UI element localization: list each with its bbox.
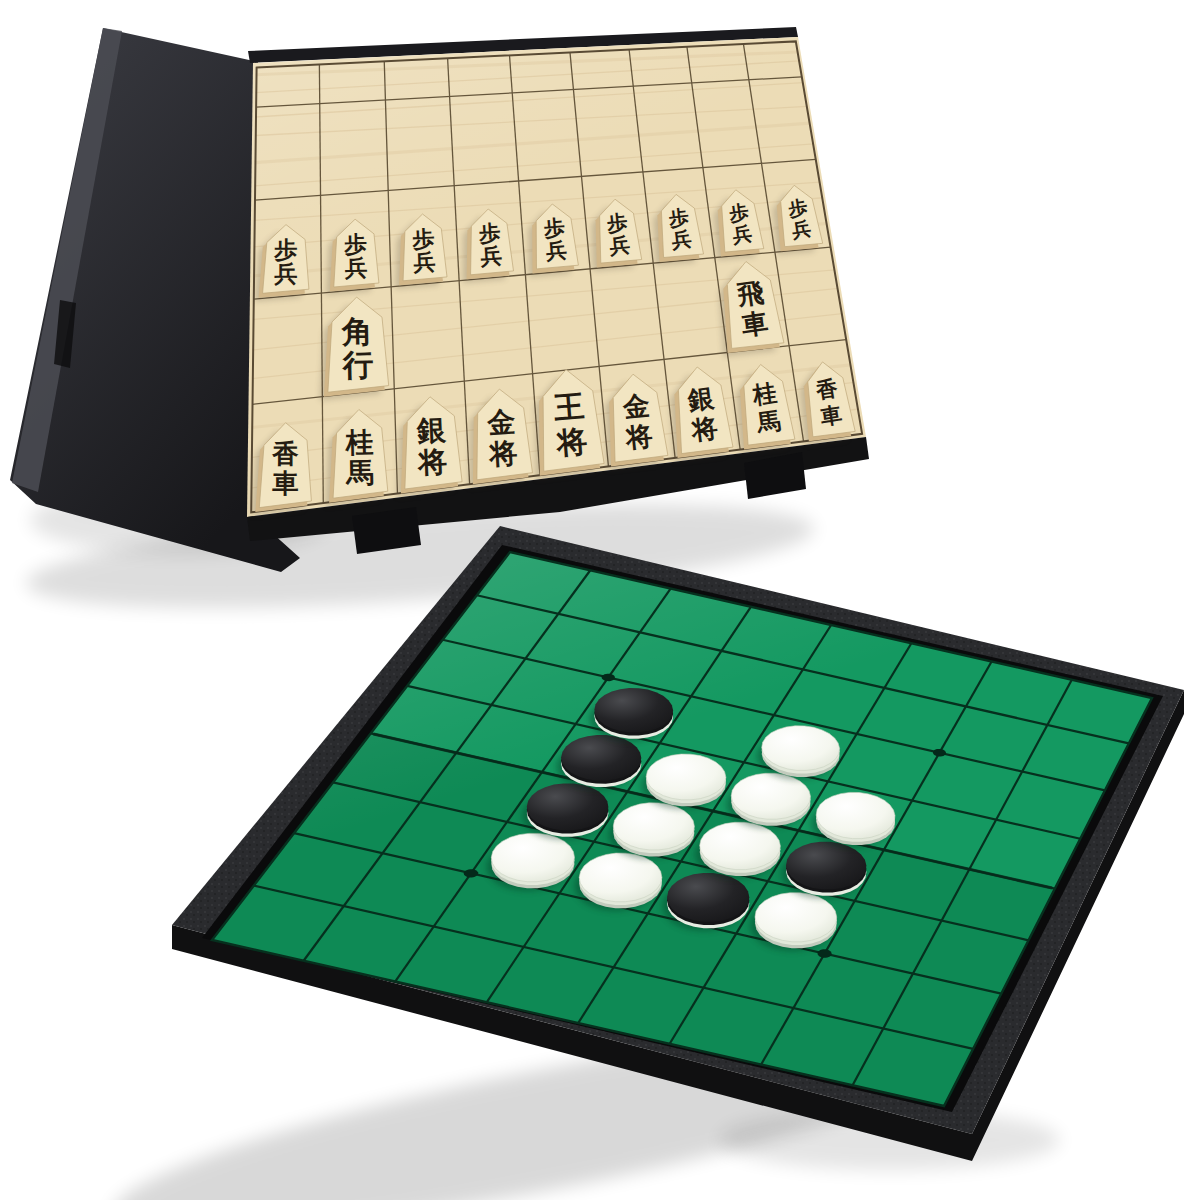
svg-text:兵: 兵 [669,226,693,252]
disc-top-white [755,893,837,942]
svg-text:桂: 桂 [750,378,779,409]
svg-text:香: 香 [813,375,840,403]
piece-kanji: 桂馬 [343,425,374,489]
piece-kanji: 銀将 [414,413,448,480]
disc-top-white [579,853,662,902]
svg-text:兵: 兵 [544,238,568,264]
svg-text:金: 金 [620,389,651,423]
piece-kanji: 角行 [341,314,374,383]
svg-text:将: 将 [622,420,654,454]
svg-text:歩: 歩 [542,215,566,241]
disc-top-white [613,803,694,850]
svg-text:将: 将 [553,423,588,461]
svg-text:将: 将 [416,444,448,479]
scene-svg: 歩兵歩兵歩兵歩兵歩兵歩兵歩兵歩兵歩兵飛車角行香車桂馬銀将金将王将金将銀将桂馬香車 [0,0,1200,1200]
svg-text:角: 角 [341,314,373,350]
svg-text:車: 車 [272,468,298,498]
disc-top-black [667,873,749,922]
svg-text:銀: 銀 [685,382,716,415]
svg-text:金: 金 [485,405,516,440]
svg-text:歩: 歩 [273,236,297,263]
svg-text:兵: 兵 [607,232,631,258]
disc-top-black [527,783,609,830]
piece-kanji: 歩兵 [477,220,503,269]
othello-board [172,526,1184,1161]
svg-text:兵: 兵 [412,248,436,275]
svg-text:兵: 兵 [273,260,297,287]
svg-text:将: 将 [688,412,719,445]
svg-text:香: 香 [271,439,299,469]
disc-top-white [491,833,574,881]
disc-top-white [731,773,810,819]
svg-text:王: 王 [552,388,586,425]
svg-text:桂: 桂 [344,425,374,459]
piece-kanji: 歩兵 [542,215,568,263]
svg-text:兵: 兵 [730,222,754,248]
disc-top-white [700,822,781,869]
disc-top-white [646,754,726,800]
piece-kanji: 香車 [271,439,299,498]
svg-text:馬: 馬 [754,406,783,437]
svg-text:馬: 馬 [344,456,374,490]
svg-text:車: 車 [818,401,844,429]
svg-text:銀: 銀 [415,413,446,448]
product-photo: 歩兵歩兵歩兵歩兵歩兵歩兵歩兵歩兵歩兵飛車角行香車桂馬銀将金将王将金将銀将桂馬香車 [0,0,1200,1200]
svg-text:行: 行 [341,347,374,383]
svg-text:飛: 飛 [734,277,765,311]
disc-top-black [561,735,641,781]
svg-text:歩: 歩 [343,231,367,257]
svg-text:兵: 兵 [789,217,812,243]
shogi-board: 歩兵歩兵歩兵歩兵歩兵歩兵歩兵歩兵歩兵飛車角行香車桂馬銀将金将王将金将銀将桂馬香車 [10,27,869,572]
piece-kanji: 金将 [485,405,518,471]
svg-text:車: 車 [740,307,770,340]
piece-kanji: 歩兵 [343,231,368,281]
svg-text:兵: 兵 [344,254,368,280]
svg-text:将: 将 [487,436,518,471]
piece-kanji: 歩兵 [411,225,436,275]
svg-text:兵: 兵 [479,243,504,269]
piece-kanji: 歩兵 [273,236,297,287]
